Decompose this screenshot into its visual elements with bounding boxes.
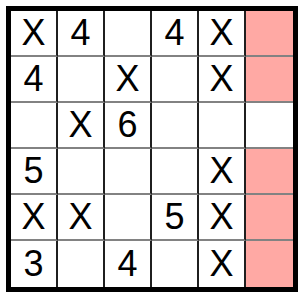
cell-r3c6[interactable] (246, 103, 293, 149)
cell-r4c3[interactable] (105, 149, 152, 195)
cell-r4c1[interactable]: 5 (11, 149, 58, 195)
cell-r3c3[interactable]: 6 (105, 103, 152, 149)
cell-r3c1[interactable] (11, 103, 58, 149)
cell-r2c5[interactable]: X (199, 57, 246, 103)
cell-r5c6-filled[interactable] (246, 195, 293, 241)
cell-r1c5[interactable]: X (199, 11, 246, 57)
cell-r6c4[interactable] (152, 241, 199, 287)
cell-r1c1[interactable]: X (11, 11, 58, 57)
cell-r3c4[interactable] (152, 103, 199, 149)
cell-r2c4[interactable] (152, 57, 199, 103)
cell-r5c5[interactable]: X (199, 195, 246, 241)
cell-r5c4[interactable]: 5 (152, 195, 199, 241)
cell-r4c6-filled[interactable] (246, 149, 293, 195)
cell-r1c3[interactable] (105, 11, 152, 57)
puzzle-grid: X44X4XXX65XXX5X34X (11, 11, 293, 287)
cell-r4c2[interactable] (58, 149, 105, 195)
cell-r2c3[interactable]: X (105, 57, 152, 103)
cell-r1c2[interactable]: 4 (58, 11, 105, 57)
cell-r2c1[interactable]: 4 (11, 57, 58, 103)
cell-r1c6-filled[interactable] (246, 11, 293, 57)
cell-r6c2[interactable] (58, 241, 105, 287)
cell-r2c6-filled[interactable] (246, 57, 293, 103)
cell-r6c6-filled[interactable] (246, 241, 293, 287)
puzzle-board-frame: X44X4XXX65XXX5X34X (6, 6, 298, 292)
cell-r3c5[interactable] (199, 103, 246, 149)
cell-r4c5[interactable]: X (199, 149, 246, 195)
cell-r5c2[interactable]: X (58, 195, 105, 241)
cell-r2c2[interactable] (58, 57, 105, 103)
cell-r5c1[interactable]: X (11, 195, 58, 241)
cell-r1c4[interactable]: 4 (152, 11, 199, 57)
cell-r6c1[interactable]: 3 (11, 241, 58, 287)
cell-r5c3[interactable] (105, 195, 152, 241)
cell-r6c5[interactable]: X (199, 241, 246, 287)
cell-r3c2[interactable]: X (58, 103, 105, 149)
cell-r4c4[interactable] (152, 149, 199, 195)
cell-r6c3[interactable]: 4 (105, 241, 152, 287)
